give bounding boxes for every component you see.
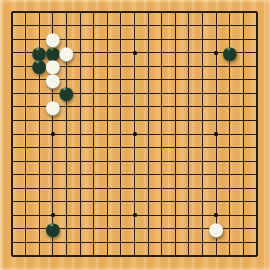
grid-line (12, 255, 257, 257)
black-stone[interactable]: ● (220, 43, 240, 63)
star-point (133, 213, 137, 217)
star-point (214, 213, 218, 217)
grid-line (12, 161, 257, 162)
grid-line (256, 12, 258, 256)
grid-line (12, 174, 257, 175)
grid-line (175, 12, 176, 256)
star-point (214, 51, 218, 55)
grid-line (12, 201, 257, 202)
grid-line (12, 147, 257, 148)
board-grid[interactable]: ●●●●●●●●●●●● (12, 12, 257, 256)
grid-line (188, 12, 189, 256)
star-point (214, 132, 218, 136)
star-point (133, 51, 137, 55)
go-board[interactable]: ●●●●●●●●●●●● (0, 0, 270, 270)
grid-line (243, 12, 244, 256)
white-stone[interactable]: ● (206, 219, 226, 239)
grid-line (148, 12, 149, 256)
star-point (51, 213, 55, 217)
white-stone[interactable]: ● (43, 70, 63, 90)
white-stone[interactable]: ● (43, 97, 63, 117)
star-point (51, 132, 55, 136)
star-point (133, 132, 137, 136)
grid-line (12, 188, 257, 189)
black-stone[interactable]: ● (43, 219, 63, 239)
grid-line (12, 242, 257, 243)
grid-line (161, 12, 162, 256)
grid-line (202, 12, 203, 256)
